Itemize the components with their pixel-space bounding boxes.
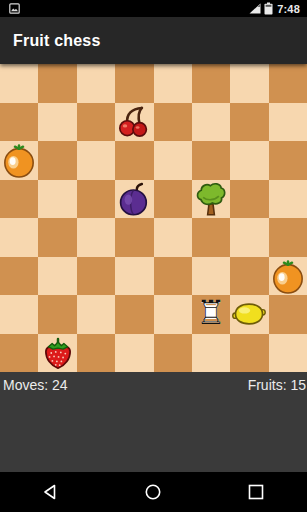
square-b6[interactable] — [38, 141, 76, 180]
square-b2[interactable] — [38, 295, 76, 334]
square-a5[interactable] — [0, 180, 38, 219]
square-b4[interactable] — [38, 218, 76, 257]
square-c1[interactable] — [77, 334, 115, 373]
square-f2[interactable]: ♜♖ — [192, 295, 230, 334]
square-e6[interactable] — [154, 141, 192, 180]
back-icon — [43, 484, 59, 500]
white-rook-piece[interactable]: ♜♖ — [192, 295, 230, 333]
square-b8[interactable] — [38, 64, 76, 103]
square-c7[interactable] — [77, 103, 115, 142]
recents-button[interactable] — [226, 472, 286, 512]
square-f1[interactable] — [192, 334, 230, 373]
square-h2[interactable] — [269, 295, 307, 334]
square-c6[interactable] — [77, 141, 115, 180]
square-h7[interactable] — [269, 103, 307, 142]
square-g6[interactable] — [230, 141, 268, 180]
app-bar: Fruit chess — [0, 17, 307, 64]
screenshot-notification-icon — [9, 3, 20, 14]
square-d4[interactable] — [115, 218, 153, 257]
square-a2[interactable] — [0, 295, 38, 334]
tree-piece[interactable] — [193, 181, 229, 217]
square-b1[interactable] — [38, 334, 76, 373]
square-b5[interactable] — [38, 180, 76, 219]
home-icon — [145, 484, 161, 500]
home-button[interactable] — [123, 472, 183, 512]
square-g1[interactable] — [230, 334, 268, 373]
strawberry-piece[interactable] — [40, 335, 76, 371]
square-e2[interactable] — [154, 295, 192, 334]
square-f8[interactable] — [192, 64, 230, 103]
lemon-piece[interactable] — [231, 296, 267, 332]
square-g4[interactable] — [230, 218, 268, 257]
fruits-counter: Fruits: 15 — [248, 377, 306, 393]
square-h1[interactable] — [269, 334, 307, 373]
square-a7[interactable] — [0, 103, 38, 142]
square-f5[interactable] — [192, 180, 230, 219]
square-c8[interactable] — [77, 64, 115, 103]
square-c2[interactable] — [77, 295, 115, 334]
square-d2[interactable] — [115, 295, 153, 334]
square-c5[interactable] — [77, 180, 115, 219]
square-h4[interactable] — [269, 218, 307, 257]
app-title: Fruit chess — [13, 32, 101, 50]
square-d7[interactable] — [115, 103, 153, 142]
square-a8[interactable] — [0, 64, 38, 103]
square-h5[interactable] — [269, 180, 307, 219]
square-e5[interactable] — [154, 180, 192, 219]
board: ♜♖ — [0, 64, 307, 372]
back-button[interactable] — [21, 472, 81, 512]
nav-bar — [0, 472, 307, 512]
white-rook-outline-glyph: ♖ — [196, 296, 226, 329]
square-a3[interactable] — [0, 257, 38, 296]
square-f7[interactable] — [192, 103, 230, 142]
square-f4[interactable] — [192, 218, 230, 257]
moves-counter: Moves: 24 — [3, 377, 68, 393]
clock: 7:48 — [277, 3, 300, 15]
square-b3[interactable] — [38, 257, 76, 296]
square-g3[interactable] — [230, 257, 268, 296]
recents-icon — [248, 484, 264, 500]
square-g5[interactable] — [230, 180, 268, 219]
square-a4[interactable] — [0, 218, 38, 257]
square-h3[interactable] — [269, 257, 307, 296]
square-e7[interactable] — [154, 103, 192, 142]
square-c3[interactable] — [77, 257, 115, 296]
square-g2[interactable] — [230, 295, 268, 334]
square-d1[interactable] — [115, 334, 153, 373]
square-e4[interactable] — [154, 218, 192, 257]
square-e8[interactable] — [154, 64, 192, 103]
cherries-piece[interactable] — [116, 104, 152, 140]
square-d6[interactable] — [115, 141, 153, 180]
hud-panel: Moves: 24 Fruits: 15 — [0, 372, 307, 472]
square-e3[interactable] — [154, 257, 192, 296]
battery-icon — [264, 2, 273, 15]
square-a1[interactable] — [0, 334, 38, 373]
plum-piece[interactable] — [116, 181, 152, 217]
square-h6[interactable] — [269, 141, 307, 180]
phone-screen: 7:48 Fruit chess ♜♖ Moves: 24 Fruits: 15 — [0, 0, 307, 512]
square-f3[interactable] — [192, 257, 230, 296]
square-g7[interactable] — [230, 103, 268, 142]
status-bar: 7:48 — [0, 0, 307, 17]
orange-piece[interactable] — [1, 142, 37, 178]
square-h8[interactable] — [269, 64, 307, 103]
orange-piece[interactable] — [270, 258, 306, 294]
square-e1[interactable] — [154, 334, 192, 373]
square-b7[interactable] — [38, 103, 76, 142]
signal-icon — [249, 3, 261, 14]
square-c4[interactable] — [77, 218, 115, 257]
square-d3[interactable] — [115, 257, 153, 296]
square-a6[interactable] — [0, 141, 38, 180]
square-d8[interactable] — [115, 64, 153, 103]
square-d5[interactable] — [115, 180, 153, 219]
square-g8[interactable] — [230, 64, 268, 103]
square-f6[interactable] — [192, 141, 230, 180]
